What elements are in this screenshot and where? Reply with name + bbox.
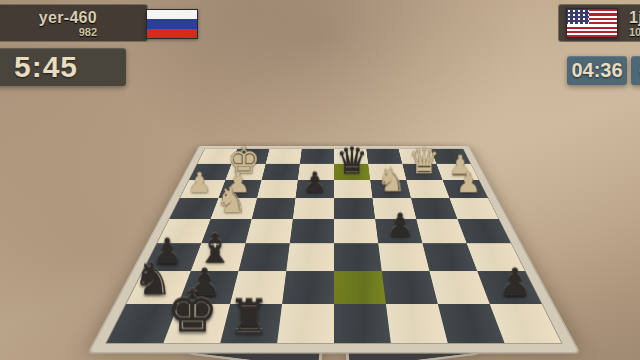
square-f5[interactable]	[246, 219, 293, 243]
square-e2[interactable]	[298, 164, 334, 180]
square-c4[interactable]	[373, 198, 417, 219]
square-f6[interactable]	[238, 243, 289, 271]
square-g4[interactable]	[210, 198, 256, 219]
square-d3[interactable]	[334, 180, 373, 198]
square-e8[interactable]	[277, 304, 334, 343]
square-g1[interactable]	[232, 149, 270, 164]
game-screen: ♟♟♟♝♝♜♜ ♝♞♜♟♟♟♟ ♜♚♟♟♞♝♟♟♞♟♞♟♟♟♟♛♛♚ yer-4…	[0, 0, 640, 360]
chess-board: ♜♚♟♟♞♝♟♟♞♟♞♟♟♟♟♛♛♚	[90, 146, 578, 352]
square-f8[interactable]	[220, 304, 282, 343]
square-f4[interactable]	[252, 198, 296, 219]
square-a4[interactable]	[450, 198, 499, 219]
square-d5[interactable]	[334, 219, 378, 243]
square-f2[interactable]	[262, 164, 300, 180]
square-d6[interactable]	[334, 243, 382, 271]
square-e1[interactable]	[300, 149, 334, 164]
square-a5[interactable]	[458, 219, 511, 243]
left-player-name: yer-460	[39, 9, 97, 27]
square-c2[interactable]	[368, 164, 406, 180]
square-c6[interactable]	[378, 243, 429, 271]
left-player-rating: 982	[79, 26, 97, 38]
right-player-rating: 1004	[629, 26, 640, 38]
square-d7[interactable]	[334, 271, 386, 304]
russia-flag-icon	[146, 9, 198, 39]
square-c3[interactable]	[370, 180, 411, 198]
right-player-clock-2: 0	[631, 56, 640, 85]
square-c5[interactable]	[375, 219, 422, 243]
left-player-nameplate: yer-460 982	[0, 4, 148, 42]
left-player-clock: 5:45	[0, 48, 126, 86]
right-player-name: 1jig	[629, 9, 640, 27]
square-d1[interactable]	[334, 149, 368, 164]
square-c1[interactable]	[366, 149, 402, 164]
square-f3[interactable]	[257, 180, 298, 198]
square-f7[interactable]	[230, 271, 286, 304]
square-f1[interactable]	[266, 149, 302, 164]
square-g6[interactable]	[191, 243, 246, 271]
square-d4[interactable]	[334, 198, 375, 219]
square-e3[interactable]	[295, 180, 334, 198]
square-a1[interactable]	[431, 149, 471, 164]
square-g2[interactable]	[225, 164, 265, 180]
usa-flag-icon	[566, 8, 618, 38]
board-grid	[107, 149, 562, 343]
square-e7[interactable]	[282, 271, 334, 304]
square-e5[interactable]	[290, 219, 334, 243]
square-a6[interactable]	[467, 243, 525, 271]
right-player-clock: 04:36	[567, 56, 627, 85]
square-d2[interactable]	[334, 164, 370, 180]
square-g3[interactable]	[218, 180, 261, 198]
square-e4[interactable]	[293, 198, 334, 219]
square-g5[interactable]	[201, 219, 251, 243]
square-c7[interactable]	[382, 271, 438, 304]
square-e6[interactable]	[286, 243, 334, 271]
square-d8[interactable]	[334, 304, 391, 343]
